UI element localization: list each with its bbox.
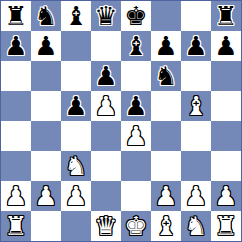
square-h6[interactable] bbox=[211, 61, 241, 91]
square-b5[interactable] bbox=[31, 91, 61, 121]
square-g1[interactable]: ♞ bbox=[181, 211, 211, 241]
square-b4[interactable] bbox=[31, 121, 61, 151]
square-a1[interactable]: ♜ bbox=[1, 211, 31, 241]
square-g2[interactable]: ♟ bbox=[181, 181, 211, 211]
square-b3[interactable] bbox=[31, 151, 61, 181]
square-d8[interactable]: ♛ bbox=[91, 1, 121, 31]
square-e1[interactable]: ♚ bbox=[121, 211, 151, 241]
square-d1[interactable]: ♛ bbox=[91, 211, 121, 241]
piece-white-queen[interactable]: ♛ bbox=[94, 211, 117, 241]
square-f8[interactable] bbox=[151, 1, 181, 31]
square-h8[interactable]: ♜ bbox=[211, 1, 241, 31]
square-a5[interactable] bbox=[1, 91, 31, 121]
square-e4[interactable]: ♟ bbox=[121, 121, 151, 151]
piece-black-pawn[interactable]: ♟ bbox=[154, 31, 177, 61]
piece-white-bishop[interactable]: ♝ bbox=[154, 211, 177, 241]
square-f7[interactable]: ♟ bbox=[151, 31, 181, 61]
square-b8[interactable]: ♞ bbox=[31, 1, 61, 31]
square-g6[interactable] bbox=[181, 61, 211, 91]
piece-black-pawn[interactable]: ♟ bbox=[184, 31, 207, 61]
square-c1[interactable] bbox=[61, 211, 91, 241]
square-d4[interactable] bbox=[91, 121, 121, 151]
square-h1[interactable]: ♜ bbox=[211, 211, 241, 241]
square-f5[interactable] bbox=[151, 91, 181, 121]
piece-white-knight[interactable]: ♞ bbox=[64, 151, 87, 181]
piece-black-pawn[interactable]: ♟ bbox=[124, 91, 147, 121]
square-h4[interactable] bbox=[211, 121, 241, 151]
square-c6[interactable] bbox=[61, 61, 91, 91]
square-e6[interactable] bbox=[121, 61, 151, 91]
piece-white-pawn[interactable]: ♟ bbox=[4, 181, 27, 211]
square-a3[interactable] bbox=[1, 151, 31, 181]
piece-white-pawn[interactable]: ♟ bbox=[34, 181, 57, 211]
square-e2[interactable] bbox=[121, 181, 151, 211]
square-a4[interactable] bbox=[1, 121, 31, 151]
square-f1[interactable]: ♝ bbox=[151, 211, 181, 241]
piece-black-knight[interactable]: ♞ bbox=[154, 61, 177, 91]
square-h7[interactable]: ♟ bbox=[211, 31, 241, 61]
square-c5[interactable]: ♟ bbox=[61, 91, 91, 121]
square-a8[interactable]: ♜ bbox=[1, 1, 31, 31]
chess-board: ♜♞♝♛♚♜♟♟♝♟♟♟♟♞♟♟♟♝♟♞♟♟♟♟♟♟♜♛♚♝♞♜ bbox=[0, 0, 242, 242]
square-b6[interactable] bbox=[31, 61, 61, 91]
square-b2[interactable]: ♟ bbox=[31, 181, 61, 211]
square-g3[interactable] bbox=[181, 151, 211, 181]
square-e3[interactable] bbox=[121, 151, 151, 181]
piece-white-knight[interactable]: ♞ bbox=[184, 211, 207, 241]
piece-white-king[interactable]: ♚ bbox=[124, 211, 147, 241]
piece-white-pawn[interactable]: ♟ bbox=[184, 181, 207, 211]
piece-black-rook[interactable]: ♜ bbox=[4, 1, 27, 31]
square-h3[interactable] bbox=[211, 151, 241, 181]
square-e5[interactable]: ♟ bbox=[121, 91, 151, 121]
piece-black-queen[interactable]: ♛ bbox=[94, 1, 117, 31]
square-d6[interactable]: ♟ bbox=[91, 61, 121, 91]
square-b7[interactable]: ♟ bbox=[31, 31, 61, 61]
square-f2[interactable]: ♟ bbox=[151, 181, 181, 211]
square-f3[interactable] bbox=[151, 151, 181, 181]
square-g7[interactable]: ♟ bbox=[181, 31, 211, 61]
square-d2[interactable] bbox=[91, 181, 121, 211]
piece-white-pawn[interactable]: ♟ bbox=[64, 181, 87, 211]
piece-white-bishop[interactable]: ♝ bbox=[184, 91, 207, 121]
square-d5[interactable]: ♟ bbox=[91, 91, 121, 121]
square-f4[interactable] bbox=[151, 121, 181, 151]
square-c4[interactable] bbox=[61, 121, 91, 151]
square-a6[interactable] bbox=[1, 61, 31, 91]
piece-black-rook[interactable]: ♜ bbox=[214, 1, 237, 31]
piece-white-pawn[interactable]: ♟ bbox=[154, 181, 177, 211]
square-d7[interactable] bbox=[91, 31, 121, 61]
square-b1[interactable] bbox=[31, 211, 61, 241]
square-a2[interactable]: ♟ bbox=[1, 181, 31, 211]
square-h5[interactable] bbox=[211, 91, 241, 121]
piece-black-bishop[interactable]: ♝ bbox=[64, 1, 87, 31]
square-c3[interactable]: ♞ bbox=[61, 151, 91, 181]
square-c2[interactable]: ♟ bbox=[61, 181, 91, 211]
piece-black-pawn[interactable]: ♟ bbox=[64, 91, 87, 121]
square-f6[interactable]: ♞ bbox=[151, 61, 181, 91]
piece-white-pawn[interactable]: ♟ bbox=[94, 91, 117, 121]
square-g4[interactable] bbox=[181, 121, 211, 151]
piece-black-king[interactable]: ♚ bbox=[124, 1, 147, 31]
piece-white-rook[interactable]: ♜ bbox=[214, 211, 237, 241]
square-c7[interactable] bbox=[61, 31, 91, 61]
square-g5[interactable]: ♝ bbox=[181, 91, 211, 121]
piece-black-pawn[interactable]: ♟ bbox=[214, 31, 237, 61]
square-c8[interactable]: ♝ bbox=[61, 1, 91, 31]
piece-black-knight[interactable]: ♞ bbox=[34, 1, 57, 31]
square-e7[interactable]: ♝ bbox=[121, 31, 151, 61]
piece-white-pawn[interactable]: ♟ bbox=[124, 121, 147, 151]
square-a7[interactable]: ♟ bbox=[1, 31, 31, 61]
piece-black-bishop[interactable]: ♝ bbox=[124, 31, 147, 61]
piece-black-pawn[interactable]: ♟ bbox=[34, 31, 57, 61]
piece-black-pawn[interactable]: ♟ bbox=[4, 31, 27, 61]
square-e8[interactable]: ♚ bbox=[121, 1, 151, 31]
square-d3[interactable] bbox=[91, 151, 121, 181]
piece-white-rook[interactable]: ♜ bbox=[4, 211, 27, 241]
square-g8[interactable] bbox=[181, 1, 211, 31]
piece-white-pawn[interactable]: ♟ bbox=[214, 181, 237, 211]
square-h2[interactable]: ♟ bbox=[211, 181, 241, 211]
piece-black-pawn[interactable]: ♟ bbox=[94, 61, 117, 91]
